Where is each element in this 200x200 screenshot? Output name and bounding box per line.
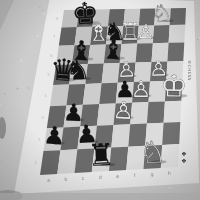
- chessboard-photo: abcdefgh12345678 ❖❖ ®CHESS ♚♘♗♞♖♙♝♝♛♞♙♙♟…: [0, 0, 200, 200]
- vignette-overlay: [0, 0, 200, 200]
- photo-canvas: abcdefgh12345678 ❖❖ ®CHESS ♚♘♗♞♖♙♝♝♛♞♙♙♟…: [0, 0, 200, 200]
